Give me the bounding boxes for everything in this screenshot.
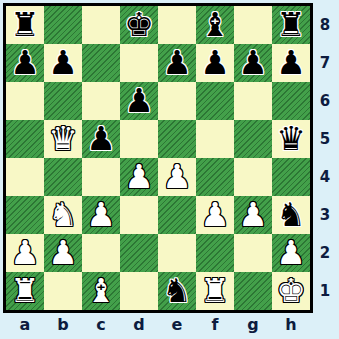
rank-labels: 87654321 xyxy=(313,6,337,310)
square-c8[interactable] xyxy=(82,6,120,44)
square-c3[interactable]: ♟ xyxy=(82,196,120,234)
white-knight-b3[interactable]: ♞ xyxy=(48,196,78,234)
square-h5[interactable]: ♛ xyxy=(272,120,310,158)
square-e8[interactable] xyxy=(158,6,196,44)
square-g4[interactable] xyxy=(234,158,272,196)
file-label-e: e xyxy=(158,312,196,338)
square-b3[interactable]: ♞ xyxy=(44,196,82,234)
rank-label-2: 2 xyxy=(313,234,337,272)
rank-label-4: 4 xyxy=(313,158,337,196)
file-label-g: g xyxy=(234,312,272,338)
white-king-h1[interactable]: ♚ xyxy=(276,272,306,310)
black-rook-a8[interactable]: ♜ xyxy=(10,6,40,44)
square-g1[interactable] xyxy=(234,272,272,310)
square-e1[interactable]: ♞ xyxy=(158,272,196,310)
square-c1[interactable]: ♝ xyxy=(82,272,120,310)
square-b6[interactable] xyxy=(44,82,82,120)
square-d5[interactable] xyxy=(120,120,158,158)
square-h3[interactable]: ♞ xyxy=(272,196,310,234)
square-f5[interactable] xyxy=(196,120,234,158)
square-h4[interactable] xyxy=(272,158,310,196)
square-e7[interactable]: ♟ xyxy=(158,44,196,82)
white-rook-a1[interactable]: ♜ xyxy=(10,272,40,310)
square-g5[interactable] xyxy=(234,120,272,158)
black-king-d8[interactable]: ♚ xyxy=(124,6,154,44)
white-pawn-h2[interactable]: ♟ xyxy=(276,234,306,272)
square-c4[interactable] xyxy=(82,158,120,196)
rank-label-7: 7 xyxy=(313,44,337,82)
square-f3[interactable]: ♟ xyxy=(196,196,234,234)
black-pawn-d6[interactable]: ♟ xyxy=(124,82,154,120)
square-d8[interactable]: ♚ xyxy=(120,6,158,44)
square-a3[interactable] xyxy=(6,196,44,234)
white-rook-f1[interactable]: ♜ xyxy=(200,272,230,310)
square-d3[interactable] xyxy=(120,196,158,234)
white-pawn-d4[interactable]: ♟ xyxy=(124,158,154,196)
white-pawn-g3[interactable]: ♟ xyxy=(238,196,268,234)
white-pawn-b2[interactable]: ♟ xyxy=(48,234,78,272)
square-e4[interactable]: ♟ xyxy=(158,158,196,196)
square-f1[interactable]: ♜ xyxy=(196,272,234,310)
square-f8[interactable]: ♝ xyxy=(196,6,234,44)
square-b7[interactable]: ♟ xyxy=(44,44,82,82)
square-a5[interactable] xyxy=(6,120,44,158)
square-h2[interactable]: ♟ xyxy=(272,234,310,272)
square-c5[interactable]: ♟ xyxy=(82,120,120,158)
black-pawn-c5[interactable]: ♟ xyxy=(86,120,116,158)
file-labels: abcdefgh xyxy=(6,312,310,338)
square-a7[interactable]: ♟ xyxy=(6,44,44,82)
rank-label-3: 3 xyxy=(313,196,337,234)
white-pawn-c3[interactable]: ♟ xyxy=(86,196,116,234)
square-a4[interactable] xyxy=(6,158,44,196)
black-queen-h5[interactable]: ♛ xyxy=(276,120,306,158)
black-bishop-f8[interactable]: ♝ xyxy=(200,6,230,44)
black-pawn-f7[interactable]: ♟ xyxy=(200,44,230,82)
square-e2[interactable] xyxy=(158,234,196,272)
square-b2[interactable]: ♟ xyxy=(44,234,82,272)
file-label-d: d xyxy=(120,312,158,338)
file-label-a: a xyxy=(6,312,44,338)
square-f7[interactable]: ♟ xyxy=(196,44,234,82)
black-pawn-b7[interactable]: ♟ xyxy=(48,44,78,82)
white-queen-b5[interactable]: ♛ xyxy=(48,120,78,158)
black-knight-h3[interactable]: ♞ xyxy=(276,196,306,234)
square-h8[interactable]: ♜ xyxy=(272,6,310,44)
rank-label-5: 5 xyxy=(313,120,337,158)
chess-diagram: ♜♚♝♜♟♟♟♟♟♟♟♛♟♛♟♟♞♟♟♟♞♟♟♟♜♝♞♜♚ 87654321 a… xyxy=(0,0,339,339)
square-d1[interactable] xyxy=(120,272,158,310)
file-label-b: b xyxy=(44,312,82,338)
rank-label-1: 1 xyxy=(313,272,337,310)
black-knight-e1[interactable]: ♞ xyxy=(162,272,192,310)
square-b4[interactable] xyxy=(44,158,82,196)
square-g3[interactable]: ♟ xyxy=(234,196,272,234)
black-pawn-a7[interactable]: ♟ xyxy=(10,44,40,82)
square-f4[interactable] xyxy=(196,158,234,196)
square-f6[interactable] xyxy=(196,82,234,120)
square-e3[interactable] xyxy=(158,196,196,234)
square-a6[interactable] xyxy=(6,82,44,120)
file-label-h: h xyxy=(272,312,310,338)
white-pawn-e4[interactable]: ♟ xyxy=(162,158,192,196)
square-b1[interactable] xyxy=(44,272,82,310)
square-h6[interactable] xyxy=(272,82,310,120)
white-pawn-a2[interactable]: ♟ xyxy=(10,234,40,272)
black-pawn-g7[interactable]: ♟ xyxy=(238,44,268,82)
black-pawn-e7[interactable]: ♟ xyxy=(162,44,192,82)
square-g8[interactable] xyxy=(234,6,272,44)
square-g7[interactable]: ♟ xyxy=(234,44,272,82)
file-label-f: f xyxy=(196,312,234,338)
square-a2[interactable]: ♟ xyxy=(6,234,44,272)
white-bishop-c1[interactable]: ♝ xyxy=(86,272,116,310)
square-d4[interactable]: ♟ xyxy=(120,158,158,196)
square-d7[interactable] xyxy=(120,44,158,82)
square-c2[interactable] xyxy=(82,234,120,272)
square-h7[interactable]: ♟ xyxy=(272,44,310,82)
square-d2[interactable] xyxy=(120,234,158,272)
square-d6[interactable]: ♟ xyxy=(120,82,158,120)
board: ♜♚♝♜♟♟♟♟♟♟♟♛♟♛♟♟♞♟♟♟♞♟♟♟♜♝♞♜♚ xyxy=(6,6,310,310)
square-f2[interactable] xyxy=(196,234,234,272)
square-e6[interactable] xyxy=(158,82,196,120)
black-rook-h8[interactable]: ♜ xyxy=(276,6,306,44)
rank-label-8: 8 xyxy=(313,6,337,44)
white-pawn-f3[interactable]: ♟ xyxy=(200,196,230,234)
square-c6[interactable] xyxy=(82,82,120,120)
square-b8[interactable] xyxy=(44,6,82,44)
square-g6[interactable] xyxy=(234,82,272,120)
square-c7[interactable] xyxy=(82,44,120,82)
square-a1[interactable]: ♜ xyxy=(6,272,44,310)
board-frame: ♜♚♝♜♟♟♟♟♟♟♟♛♟♛♟♟♞♟♟♟♞♟♟♟♜♝♞♜♚ xyxy=(3,3,313,313)
square-b5[interactable]: ♛ xyxy=(44,120,82,158)
file-label-c: c xyxy=(82,312,120,338)
square-g2[interactable] xyxy=(234,234,272,272)
black-pawn-h7[interactable]: ♟ xyxy=(276,44,306,82)
square-e5[interactable] xyxy=(158,120,196,158)
rank-label-6: 6 xyxy=(313,82,337,120)
square-h1[interactable]: ♚ xyxy=(272,272,310,310)
square-a8[interactable]: ♜ xyxy=(6,6,44,44)
